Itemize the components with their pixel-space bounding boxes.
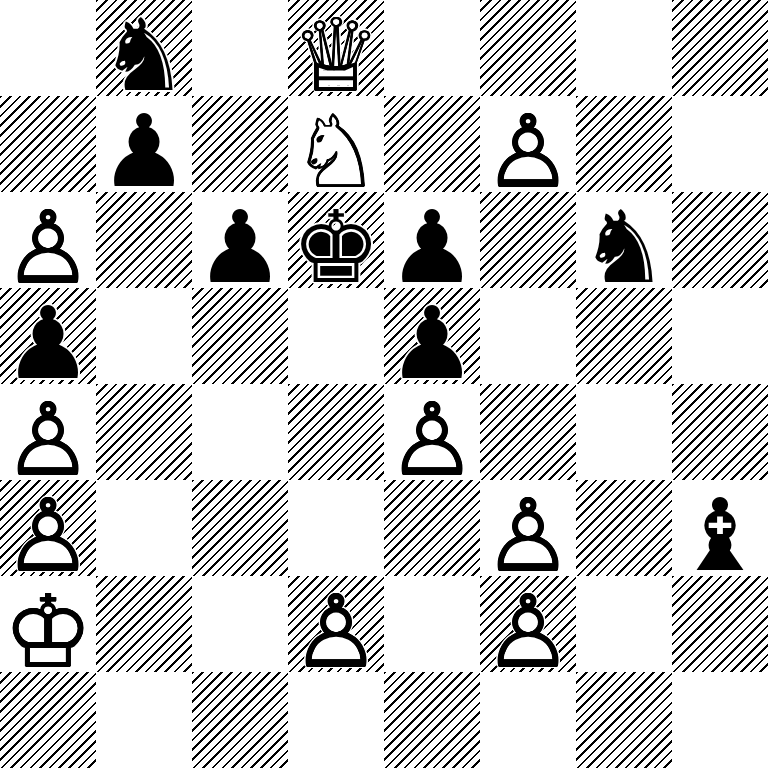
black-king-icon: ♚ — [291, 198, 381, 288]
square-b5[interactable] — [96, 288, 192, 384]
black-bishop-icon: ♝ — [675, 486, 765, 576]
square-e4[interactable]: ♟♙ — [384, 384, 480, 480]
black-pawn-icon: ♟ — [387, 198, 477, 288]
square-b1[interactable] — [96, 672, 192, 768]
square-h7[interactable] — [672, 96, 768, 192]
square-a3[interactable]: ♟♙ — [0, 480, 96, 576]
square-d6[interactable]: ♚♚ — [288, 192, 384, 288]
square-g2[interactable] — [576, 576, 672, 672]
square-f7[interactable]: ♟♙ — [480, 96, 576, 192]
piece-white-pawn[interactable]: ♟♙ — [288, 576, 384, 672]
white-pawn-icon: ♙ — [483, 102, 573, 192]
white-pawn-icon: ♙ — [3, 390, 93, 480]
square-b4[interactable] — [96, 384, 192, 480]
white-pawn-icon: ♙ — [291, 582, 381, 672]
square-a8[interactable] — [0, 0, 96, 96]
black-knight-icon: ♞ — [99, 6, 189, 96]
white-king-icon: ♔ — [3, 582, 93, 672]
piece-white-knight[interactable]: ♞♘ — [288, 96, 384, 192]
square-h6[interactable] — [672, 192, 768, 288]
white-pawn-icon: ♙ — [3, 486, 93, 576]
white-queen-icon: ♕ — [291, 6, 381, 96]
square-d1[interactable] — [288, 672, 384, 768]
square-a2[interactable]: ♚♔ — [0, 576, 96, 672]
square-g3[interactable] — [576, 480, 672, 576]
square-e3[interactable] — [384, 480, 480, 576]
square-b2[interactable] — [96, 576, 192, 672]
piece-white-pawn[interactable]: ♟♙ — [480, 480, 576, 576]
square-h5[interactable] — [672, 288, 768, 384]
piece-white-pawn[interactable]: ♟♙ — [0, 480, 96, 576]
piece-black-pawn[interactable]: ♟♟ — [0, 288, 96, 384]
piece-white-pawn[interactable]: ♟♙ — [480, 96, 576, 192]
square-h3[interactable]: ♝♝ — [672, 480, 768, 576]
black-knight-icon: ♞ — [579, 198, 669, 288]
white-pawn-icon: ♙ — [3, 198, 93, 288]
piece-white-queen[interactable]: ♛♕ — [288, 0, 384, 96]
square-e5[interactable]: ♟♟ — [384, 288, 480, 384]
square-a6[interactable]: ♟♙ — [0, 192, 96, 288]
white-pawn-icon: ♙ — [387, 390, 477, 480]
square-g7[interactable] — [576, 96, 672, 192]
square-g4[interactable] — [576, 384, 672, 480]
square-d5[interactable] — [288, 288, 384, 384]
square-f4[interactable] — [480, 384, 576, 480]
black-pawn-icon: ♟ — [195, 198, 285, 288]
piece-black-bishop[interactable]: ♝♝ — [672, 480, 768, 576]
square-g8[interactable] — [576, 0, 672, 96]
square-d2[interactable]: ♟♙ — [288, 576, 384, 672]
piece-white-king[interactable]: ♚♔ — [0, 576, 96, 672]
square-h8[interactable] — [672, 0, 768, 96]
black-pawn-icon: ♟ — [3, 294, 93, 384]
square-e1[interactable] — [384, 672, 480, 768]
square-f8[interactable] — [480, 0, 576, 96]
piece-black-pawn[interactable]: ♟♟ — [384, 192, 480, 288]
white-pawn-icon: ♙ — [483, 486, 573, 576]
piece-black-knight[interactable]: ♞♞ — [96, 0, 192, 96]
black-pawn-icon: ♟ — [387, 294, 477, 384]
square-h1[interactable] — [672, 672, 768, 768]
piece-white-pawn[interactable]: ♟♙ — [0, 384, 96, 480]
square-h4[interactable] — [672, 384, 768, 480]
square-e2[interactable] — [384, 576, 480, 672]
square-f2[interactable]: ♟♙ — [480, 576, 576, 672]
piece-black-knight[interactable]: ♞♞ — [576, 192, 672, 288]
square-f6[interactable] — [480, 192, 576, 288]
piece-white-pawn[interactable]: ♟♙ — [384, 384, 480, 480]
square-a1[interactable] — [0, 672, 96, 768]
square-g5[interactable] — [576, 288, 672, 384]
piece-black-king[interactable]: ♚♚ — [288, 192, 384, 288]
square-c8[interactable] — [192, 0, 288, 96]
piece-white-pawn[interactable]: ♟♙ — [480, 576, 576, 672]
square-a5[interactable]: ♟♟ — [0, 288, 96, 384]
square-d7[interactable]: ♞♘ — [288, 96, 384, 192]
square-a7[interactable] — [0, 96, 96, 192]
piece-black-pawn[interactable]: ♟♟ — [192, 192, 288, 288]
square-d8[interactable]: ♛♕ — [288, 0, 384, 96]
square-c7[interactable] — [192, 96, 288, 192]
chess-board: ♞♞♛♕♟♟♞♘♟♙♟♙♟♟♚♚♟♟♞♞♟♟♟♟♟♙♟♙♟♙♟♙♝♝♚♔♟♙♟♙ — [0, 0, 768, 768]
square-f5[interactable] — [480, 288, 576, 384]
square-e7[interactable] — [384, 96, 480, 192]
square-b6[interactable] — [96, 192, 192, 288]
square-e6[interactable]: ♟♟ — [384, 192, 480, 288]
square-c6[interactable]: ♟♟ — [192, 192, 288, 288]
square-d4[interactable] — [288, 384, 384, 480]
square-e8[interactable] — [384, 0, 480, 96]
piece-black-pawn[interactable]: ♟♟ — [384, 288, 480, 384]
square-g1[interactable] — [576, 672, 672, 768]
square-f1[interactable] — [480, 672, 576, 768]
white-pawn-icon: ♙ — [483, 582, 573, 672]
square-c4[interactable] — [192, 384, 288, 480]
square-c3[interactable] — [192, 480, 288, 576]
square-c5[interactable] — [192, 288, 288, 384]
square-c2[interactable] — [192, 576, 288, 672]
square-c1[interactable] — [192, 672, 288, 768]
white-knight-icon: ♘ — [291, 102, 381, 192]
black-pawn-icon: ♟ — [99, 102, 189, 192]
piece-black-pawn[interactable]: ♟♟ — [96, 96, 192, 192]
square-f3[interactable]: ♟♙ — [480, 480, 576, 576]
square-a4[interactable]: ♟♙ — [0, 384, 96, 480]
square-b3[interactable] — [96, 480, 192, 576]
square-d3[interactable] — [288, 480, 384, 576]
square-h2[interactable] — [672, 576, 768, 672]
square-b8[interactable]: ♞♞ — [96, 0, 192, 96]
piece-white-pawn[interactable]: ♟♙ — [0, 192, 96, 288]
square-b7[interactable]: ♟♟ — [96, 96, 192, 192]
square-g6[interactable]: ♞♞ — [576, 192, 672, 288]
